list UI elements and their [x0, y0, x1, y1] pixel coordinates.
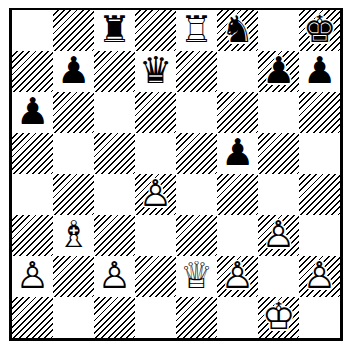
square-d4[interactable]: ♟♙: [135, 174, 176, 215]
square-f4[interactable]: [217, 174, 258, 215]
square-g6[interactable]: [258, 92, 299, 133]
black-king-h8: ♚♚: [299, 10, 340, 51]
square-h7[interactable]: ♟♟: [299, 51, 340, 92]
square-d5[interactable]: [135, 133, 176, 174]
square-f3[interactable]: [217, 215, 258, 256]
black-pawn-b7: ♟♟: [53, 51, 94, 92]
white-pawn-h2: ♟♙: [299, 256, 340, 297]
square-f1[interactable]: [217, 297, 258, 338]
square-a3[interactable]: [12, 215, 53, 256]
black-queen-d7: ♛♛: [135, 51, 176, 92]
piece-glyph: ♗: [53, 214, 94, 255]
piece-glyph: ♖: [176, 9, 217, 50]
black-rook-c8: ♜♜: [94, 10, 135, 51]
piece-glyph: ♙: [135, 173, 176, 214]
black-pawn-f5: ♟♟: [217, 133, 258, 174]
black-pawn-h7: ♟♟: [299, 51, 340, 92]
square-b3[interactable]: ♝♗: [53, 215, 94, 256]
square-c1[interactable]: [94, 297, 135, 338]
piece-glyph: ♕: [176, 255, 217, 296]
square-f8[interactable]: ♞♞: [217, 10, 258, 51]
square-g7[interactable]: ♟♟: [258, 51, 299, 92]
white-pawn-a2: ♟♙: [12, 256, 53, 297]
square-d2[interactable]: [135, 256, 176, 297]
square-g4[interactable]: [258, 174, 299, 215]
white-rook-e8: ♜♖: [176, 10, 217, 51]
square-e3[interactable]: [176, 215, 217, 256]
square-e5[interactable]: [176, 133, 217, 174]
white-bishop-b3: ♝♗: [53, 215, 94, 256]
square-e1[interactable]: [176, 297, 217, 338]
square-b5[interactable]: [53, 133, 94, 174]
square-g8[interactable]: [258, 10, 299, 51]
square-c4[interactable]: [94, 174, 135, 215]
square-b7[interactable]: ♟♟: [53, 51, 94, 92]
piece-glyph: ♛: [135, 50, 176, 91]
piece-glyph: ♟: [12, 91, 53, 132]
square-c3[interactable]: [94, 215, 135, 256]
piece-glyph: ♙: [94, 255, 135, 296]
chess-board-frame: ♜♜♜♖♞♞♚♚♟♟♛♛♟♟♟♟♟♟♟♟♟♙♝♗♟♙♟♙♟♙♛♕♟♙♟♙♚♔: [9, 8, 343, 341]
piece-glyph: ♙: [12, 255, 53, 296]
piece-glyph: ♞: [217, 9, 258, 50]
square-c7[interactable]: [94, 51, 135, 92]
black-knight-f8: ♞♞: [217, 10, 258, 51]
chess-board: ♜♜♜♖♞♞♚♚♟♟♛♛♟♟♟♟♟♟♟♟♟♙♝♗♟♙♟♙♟♙♛♕♟♙♟♙♚♔: [12, 10, 340, 338]
square-e2[interactable]: ♛♕: [176, 256, 217, 297]
square-e7[interactable]: [176, 51, 217, 92]
square-b2[interactable]: [53, 256, 94, 297]
piece-glyph: ♟: [53, 50, 94, 91]
square-d7[interactable]: ♛♛: [135, 51, 176, 92]
square-a7[interactable]: [12, 51, 53, 92]
square-e8[interactable]: ♜♖: [176, 10, 217, 51]
square-h8[interactable]: ♚♚: [299, 10, 340, 51]
square-c6[interactable]: [94, 92, 135, 133]
square-a5[interactable]: [12, 133, 53, 174]
square-b1[interactable]: [53, 297, 94, 338]
piece-glyph: ♜: [94, 9, 135, 50]
square-b6[interactable]: [53, 92, 94, 133]
square-a4[interactable]: [12, 174, 53, 215]
white-queen-e2: ♛♕: [176, 256, 217, 297]
square-a6[interactable]: ♟♟: [12, 92, 53, 133]
square-h1[interactable]: [299, 297, 340, 338]
piece-glyph: ♟: [258, 50, 299, 91]
square-g3[interactable]: ♟♙: [258, 215, 299, 256]
square-h2[interactable]: ♟♙: [299, 256, 340, 297]
square-f6[interactable]: [217, 92, 258, 133]
square-c2[interactable]: ♟♙: [94, 256, 135, 297]
square-d6[interactable]: [135, 92, 176, 133]
piece-glyph: ♙: [217, 255, 258, 296]
square-a1[interactable]: [12, 297, 53, 338]
white-pawn-f2: ♟♙: [217, 256, 258, 297]
square-g1[interactable]: ♚♔: [258, 297, 299, 338]
square-d3[interactable]: [135, 215, 176, 256]
square-h3[interactable]: [299, 215, 340, 256]
square-e4[interactable]: [176, 174, 217, 215]
square-g5[interactable]: [258, 133, 299, 174]
piece-glyph: ♚: [299, 9, 340, 50]
square-a2[interactable]: ♟♙: [12, 256, 53, 297]
black-pawn-g7: ♟♟: [258, 51, 299, 92]
piece-glyph: ♟: [299, 50, 340, 91]
square-h4[interactable]: [299, 174, 340, 215]
square-h6[interactable]: [299, 92, 340, 133]
square-d1[interactable]: [135, 297, 176, 338]
square-f5[interactable]: ♟♟: [217, 133, 258, 174]
square-b4[interactable]: [53, 174, 94, 215]
piece-glyph: ♙: [258, 214, 299, 255]
white-pawn-g3: ♟♙: [258, 215, 299, 256]
piece-glyph: ♔: [258, 296, 299, 337]
white-pawn-c2: ♟♙: [94, 256, 135, 297]
square-c5[interactable]: [94, 133, 135, 174]
square-b8[interactable]: [53, 10, 94, 51]
piece-glyph: ♙: [299, 255, 340, 296]
piece-glyph: ♟: [217, 132, 258, 173]
white-king-g1: ♚♔: [258, 297, 299, 338]
square-f7[interactable]: [217, 51, 258, 92]
square-g2[interactable]: [258, 256, 299, 297]
white-pawn-d4: ♟♙: [135, 174, 176, 215]
square-h5[interactable]: [299, 133, 340, 174]
square-c8[interactable]: ♜♜: [94, 10, 135, 51]
black-pawn-a6: ♟♟: [12, 92, 53, 133]
square-d8[interactable]: [135, 10, 176, 51]
square-f2[interactable]: ♟♙: [217, 256, 258, 297]
square-e6[interactable]: [176, 92, 217, 133]
square-a8[interactable]: [12, 10, 53, 51]
